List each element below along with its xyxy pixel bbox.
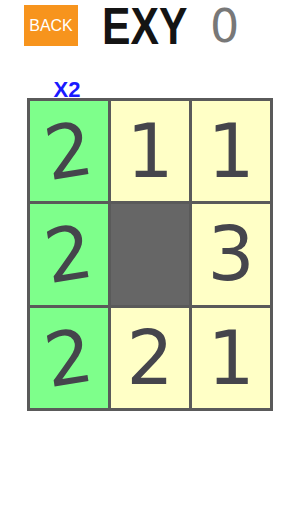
cell-value: 1 bbox=[207, 315, 254, 401]
grid-cell-r1c2[interactable]: 1 bbox=[111, 101, 189, 201]
app-screen: BACK EXY 0 X2 21123221 bbox=[0, 0, 300, 512]
cell-value: 2 bbox=[39, 208, 99, 300]
grid-cell-r1c1[interactable]: 2 bbox=[30, 101, 108, 201]
grid-cell-r3c2[interactable]: 2 bbox=[111, 308, 189, 408]
page-title: EXY bbox=[102, 0, 187, 52]
cell-value: 2 bbox=[39, 105, 99, 197]
cell-value: 1 bbox=[126, 108, 173, 194]
cell-value: 2 bbox=[39, 312, 99, 404]
board-grid: 21123221 bbox=[27, 98, 273, 411]
grid-cell-r2c3[interactable]: 3 bbox=[192, 204, 270, 304]
grid-cell-r2c1[interactable]: 2 bbox=[30, 204, 108, 304]
grid-cell-r1c3[interactable]: 1 bbox=[192, 101, 270, 201]
grid-cell-r3c1[interactable]: 2 bbox=[30, 308, 108, 408]
cell-value: 3 bbox=[207, 211, 254, 297]
score-value: 0 bbox=[210, 2, 239, 50]
cell-value: 1 bbox=[207, 108, 254, 194]
grid-cell-r3c3[interactable]: 1 bbox=[192, 308, 270, 408]
back-button[interactable]: BACK bbox=[24, 5, 78, 46]
cell-value: 2 bbox=[126, 315, 173, 401]
grid-cell-r2c2 bbox=[111, 204, 189, 304]
